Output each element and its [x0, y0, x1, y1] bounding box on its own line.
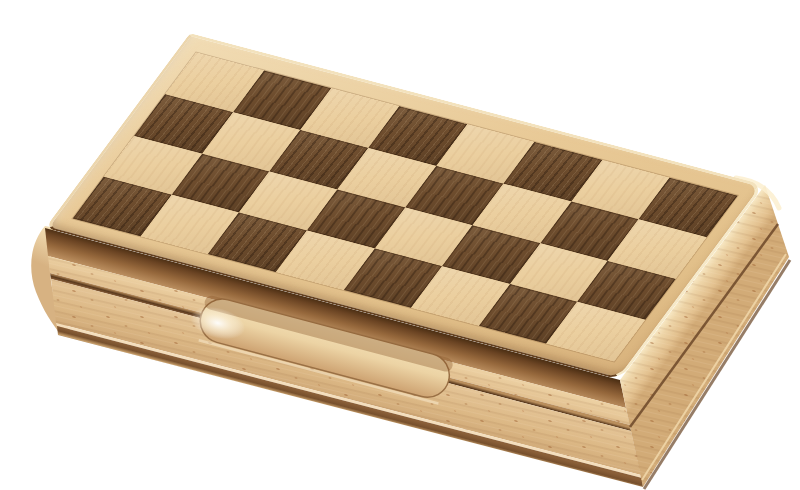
product-photo-scene	[0, 0, 800, 490]
